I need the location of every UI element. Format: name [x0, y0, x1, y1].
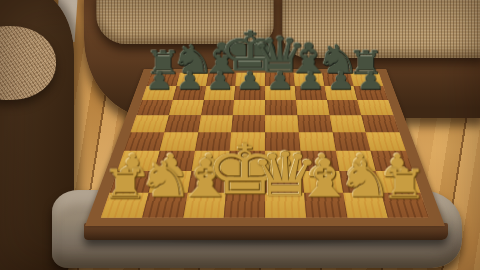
chess-photo-scene: ♜♞♝♚♛♝♞♜♟♟♟♟♟♟♟♟♟♟♟♟♟♟♟♟♜♞♝♚♛♝♞♜	[0, 0, 480, 270]
board-perspective-wrap: ♜♞♝♚♛♝♞♜♟♟♟♟♟♟♟♟♟♟♟♟♟♟♟♟♜♞♝♚♛♝♞♜	[85, 0, 445, 226]
square-g5[interactable]	[329, 115, 366, 132]
square-e6[interactable]	[265, 100, 297, 115]
square-a5[interactable]	[131, 115, 169, 132]
chess-board[interactable]: ♜♞♝♚♛♝♞♜♟♟♟♟♟♟♟♟♟♟♟♟♟♟♟♟♜♞♝♚♛♝♞♜	[85, 69, 445, 226]
board-wrap: ♜♞♝♚♛♝♞♜♟♟♟♟♟♟♟♟♟♟♟♟♟♟♟♟♜♞♝♚♛♝♞♜	[85, 0, 445, 226]
square-f6[interactable]	[296, 100, 329, 115]
armchair-cushion	[0, 26, 56, 100]
gold-rook[interactable]: ♜	[343, 165, 467, 205]
square-d6[interactable]	[233, 100, 265, 115]
square-f5[interactable]	[297, 115, 332, 132]
square-b5[interactable]	[164, 115, 201, 132]
square-h7[interactable]: ♟	[354, 86, 388, 100]
square-c6[interactable]	[201, 100, 234, 115]
square-h6[interactable]	[357, 100, 393, 115]
dark-pawn[interactable]: ♟	[324, 68, 418, 93]
square-g6[interactable]	[327, 100, 362, 115]
square-a6[interactable]	[136, 100, 172, 115]
square-b6[interactable]	[169, 100, 204, 115]
square-h1[interactable]: ♜	[382, 193, 429, 218]
square-h5[interactable]	[361, 115, 399, 132]
